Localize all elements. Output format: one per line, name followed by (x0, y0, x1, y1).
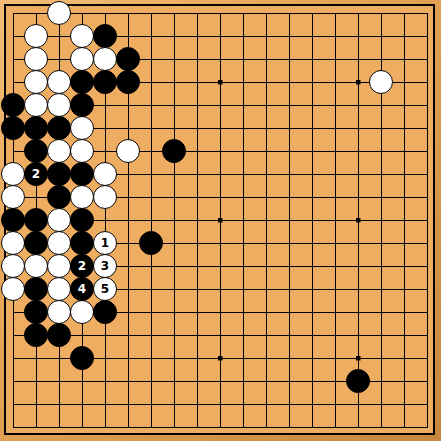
white-stone (47, 300, 71, 324)
white-stone (116, 139, 140, 163)
white-stone (93, 47, 117, 71)
white-stone (47, 139, 71, 163)
black-stone (70, 70, 94, 94)
white-stone (47, 1, 71, 25)
black-stone-numbered: 2 (24, 162, 48, 186)
board-grid: 212345 (2, 2, 439, 439)
white-stone (47, 93, 71, 117)
black-stone-numbered: 4 (70, 277, 94, 301)
white-stone (70, 139, 94, 163)
black-stone (162, 139, 186, 163)
white-stone (93, 162, 117, 186)
black-stone (93, 70, 117, 94)
black-stone (116, 47, 140, 71)
white-stone (47, 277, 71, 301)
white-stone (24, 93, 48, 117)
white-stone (93, 185, 117, 209)
black-stone (346, 369, 370, 393)
black-stone (24, 208, 48, 232)
white-stone (70, 185, 94, 209)
black-stone (139, 231, 163, 255)
white-stone (47, 231, 71, 255)
black-stone (93, 300, 117, 324)
white-stone (47, 208, 71, 232)
black-stone (1, 93, 25, 117)
black-stone (47, 116, 71, 140)
black-stone (70, 93, 94, 117)
white-stone (369, 70, 393, 94)
white-stone (24, 70, 48, 94)
white-stone (1, 277, 25, 301)
black-stone (70, 231, 94, 255)
white-stone (24, 47, 48, 71)
black-stone (70, 346, 94, 370)
white-stone (1, 162, 25, 186)
white-stone (47, 70, 71, 94)
black-stone (1, 208, 25, 232)
white-stone (47, 254, 71, 278)
black-stone (47, 162, 71, 186)
white-stone (70, 300, 94, 324)
black-stone-numbered: 2 (70, 254, 94, 278)
black-stone (24, 300, 48, 324)
black-stone (70, 162, 94, 186)
go-board: 212345 (0, 0, 441, 441)
white-stone-numbered: 1 (93, 231, 117, 255)
black-stone (116, 70, 140, 94)
white-stone-numbered: 5 (93, 277, 117, 301)
white-stone (24, 254, 48, 278)
black-stone (47, 185, 71, 209)
black-stone (24, 231, 48, 255)
white-stone-numbered: 3 (93, 254, 117, 278)
black-stone (1, 116, 25, 140)
white-stone (24, 24, 48, 48)
black-stone (24, 139, 48, 163)
white-stone (1, 231, 25, 255)
black-stone (70, 208, 94, 232)
white-stone (70, 24, 94, 48)
white-stone (1, 185, 25, 209)
black-stone (24, 277, 48, 301)
black-stone (93, 24, 117, 48)
black-stone (24, 323, 48, 347)
white-stone (70, 116, 94, 140)
black-stone (24, 116, 48, 140)
white-stone (1, 254, 25, 278)
white-stone (70, 47, 94, 71)
black-stone (47, 323, 71, 347)
